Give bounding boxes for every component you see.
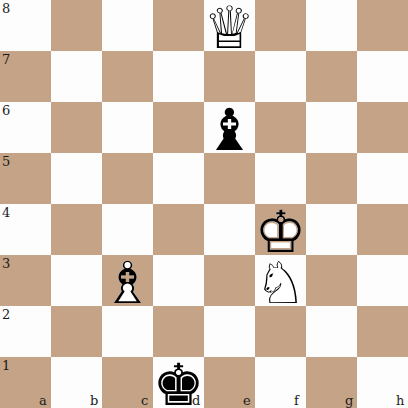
square-b1[interactable] [51, 357, 102, 408]
square-c2[interactable] [102, 306, 153, 357]
square-g8[interactable] [306, 0, 357, 51]
square-a4[interactable] [0, 204, 51, 255]
piece-fill-layer: ♛ [204, 2, 255, 53]
square-g6[interactable] [306, 102, 357, 153]
square-h5[interactable] [357, 153, 408, 204]
square-d3[interactable] [153, 255, 204, 306]
square-f3[interactable]: ♞♘ [255, 255, 306, 306]
square-f7[interactable] [255, 51, 306, 102]
square-e8[interactable]: ♛♕ [204, 0, 255, 51]
square-d7[interactable] [153, 51, 204, 102]
square-d8[interactable] [153, 0, 204, 51]
square-c7[interactable] [102, 51, 153, 102]
square-a7[interactable] [0, 51, 51, 102]
square-b7[interactable] [51, 51, 102, 102]
square-d5[interactable] [153, 153, 204, 204]
square-b2[interactable] [51, 306, 102, 357]
square-f1[interactable] [255, 357, 306, 408]
piece-outline-layer: ♗ [102, 257, 153, 308]
square-f6[interactable] [255, 102, 306, 153]
square-g7[interactable] [306, 51, 357, 102]
square-g2[interactable] [306, 306, 357, 357]
square-h4[interactable] [357, 204, 408, 255]
square-a2[interactable] [0, 306, 51, 357]
square-e4[interactable] [204, 204, 255, 255]
square-d4[interactable] [153, 204, 204, 255]
square-g5[interactable] [306, 153, 357, 204]
square-g3[interactable] [306, 255, 357, 306]
square-a3[interactable] [0, 255, 51, 306]
square-a8[interactable] [0, 0, 51, 51]
square-h8[interactable] [357, 0, 408, 51]
square-b8[interactable] [51, 0, 102, 51]
square-b3[interactable] [51, 255, 102, 306]
square-h6[interactable] [357, 102, 408, 153]
square-c5[interactable] [102, 153, 153, 204]
square-g1[interactable] [306, 357, 357, 408]
square-f4[interactable]: ♚♔ [255, 204, 306, 255]
square-f2[interactable] [255, 306, 306, 357]
square-e5[interactable] [204, 153, 255, 204]
square-a5[interactable] [0, 153, 51, 204]
square-e3[interactable] [204, 255, 255, 306]
square-d1[interactable]: ♚ [153, 357, 204, 408]
piece-fill-layer: ♞ [255, 257, 306, 308]
white-knight[interactable]: ♞♘ [255, 255, 306, 306]
chess-board: ♛♕♝♚♔♝♗♞♘♚87654321abcdefgh [0, 0, 408, 408]
square-a6[interactable] [0, 102, 51, 153]
square-h7[interactable] [357, 51, 408, 102]
square-d6[interactable] [153, 102, 204, 153]
square-b4[interactable] [51, 204, 102, 255]
piece-fill-layer: ♚ [255, 206, 306, 257]
piece-fill-layer: ♝ [102, 257, 153, 308]
square-f5[interactable] [255, 153, 306, 204]
piece-solid-layer: ♝ [204, 104, 255, 155]
piece-outline-layer: ♕ [204, 2, 255, 53]
square-d2[interactable] [153, 306, 204, 357]
piece-outline-layer: ♔ [255, 206, 306, 257]
square-h1[interactable] [357, 357, 408, 408]
white-bishop[interactable]: ♝♗ [102, 255, 153, 306]
piece-solid-layer: ♚ [153, 359, 204, 408]
piece-outline-layer: ♘ [255, 257, 306, 308]
square-b6[interactable] [51, 102, 102, 153]
square-b5[interactable] [51, 153, 102, 204]
square-e2[interactable] [204, 306, 255, 357]
square-e6[interactable]: ♝ [204, 102, 255, 153]
square-e7[interactable] [204, 51, 255, 102]
square-c1[interactable] [102, 357, 153, 408]
square-a1[interactable] [0, 357, 51, 408]
white-king[interactable]: ♚♔ [255, 204, 306, 255]
white-queen[interactable]: ♛♕ [204, 0, 255, 51]
square-c4[interactable] [102, 204, 153, 255]
square-c8[interactable] [102, 0, 153, 51]
square-c3[interactable]: ♝♗ [102, 255, 153, 306]
square-g4[interactable] [306, 204, 357, 255]
square-f8[interactable] [255, 0, 306, 51]
square-e1[interactable] [204, 357, 255, 408]
square-h3[interactable] [357, 255, 408, 306]
black-king[interactable]: ♚ [153, 357, 204, 408]
black-bishop[interactable]: ♝ [204, 102, 255, 153]
square-c6[interactable] [102, 102, 153, 153]
square-h2[interactable] [357, 306, 408, 357]
